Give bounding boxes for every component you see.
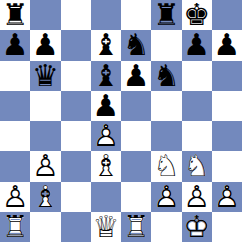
piece-fill-glyph: ♚: [182, 212, 212, 242]
piece-black-knight[interactable]: ♞: [121, 30, 151, 60]
square-f4[interactable]: [151, 121, 181, 151]
piece-white-rook[interactable]: ♜♖: [0, 212, 30, 242]
piece-solid-glyph: ♟: [212, 30, 242, 60]
piece-outline-glyph: ♘: [182, 151, 212, 181]
piece-outline-glyph: ♔: [182, 212, 212, 242]
square-d4[interactable]: ♟♙: [91, 121, 121, 151]
square-e2[interactable]: [121, 182, 151, 212]
piece-black-rook[interactable]: ♜: [0, 0, 30, 30]
piece-solid-glyph: ♟: [121, 61, 151, 91]
piece-white-bishop[interactable]: ♝♗: [91, 151, 121, 181]
piece-black-rook[interactable]: ♜: [151, 0, 181, 30]
piece-white-pawn[interactable]: ♟♙: [91, 121, 121, 151]
square-a3[interactable]: [0, 151, 30, 181]
piece-solid-glyph: ♛: [30, 61, 60, 91]
piece-black-pawn[interactable]: ♟: [30, 30, 60, 60]
piece-solid-glyph: ♝: [91, 61, 121, 91]
square-a2[interactable]: ♟♙: [0, 182, 30, 212]
square-g5[interactable]: [182, 91, 212, 121]
piece-fill-glyph: ♟: [0, 182, 30, 212]
piece-white-king[interactable]: ♚♔: [182, 212, 212, 242]
square-f7[interactable]: [151, 30, 181, 60]
square-f2[interactable]: ♟♙: [151, 182, 181, 212]
square-h6[interactable]: [212, 61, 242, 91]
square-c8[interactable]: [61, 0, 91, 30]
square-c6[interactable]: [61, 61, 91, 91]
square-g1[interactable]: ♚♔: [182, 212, 212, 242]
piece-white-rook[interactable]: ♜♖: [121, 212, 151, 242]
square-f8[interactable]: ♜: [151, 0, 181, 30]
square-h4[interactable]: [212, 121, 242, 151]
piece-black-pawn[interactable]: ♟: [91, 91, 121, 121]
square-c3[interactable]: [61, 151, 91, 181]
piece-fill-glyph: ♝: [30, 182, 60, 212]
piece-solid-glyph: ♟: [91, 91, 121, 121]
square-g2[interactable]: ♟♙: [182, 182, 212, 212]
square-d3[interactable]: ♝♗: [91, 151, 121, 181]
piece-white-pawn[interactable]: ♟♙: [182, 182, 212, 212]
square-c4[interactable]: [61, 121, 91, 151]
square-f5[interactable]: [151, 91, 181, 121]
piece-black-pawn[interactable]: ♟: [212, 30, 242, 60]
piece-outline-glyph: ♖: [0, 212, 30, 242]
piece-fill-glyph: ♛: [91, 212, 121, 242]
square-b8[interactable]: [30, 0, 60, 30]
square-b5[interactable]: [30, 91, 60, 121]
square-b6[interactable]: ♛: [30, 61, 60, 91]
piece-white-pawn[interactable]: ♟♙: [30, 151, 60, 181]
square-c1[interactable]: [61, 212, 91, 242]
piece-outline-glyph: ♙: [91, 121, 121, 151]
piece-outline-glyph: ♙: [182, 182, 212, 212]
square-a6[interactable]: [0, 61, 30, 91]
piece-outline-glyph: ♘: [151, 151, 181, 181]
square-c7[interactable]: [61, 30, 91, 60]
square-d6[interactable]: ♝: [91, 61, 121, 91]
square-h3[interactable]: [212, 151, 242, 181]
square-h7[interactable]: ♟: [212, 30, 242, 60]
piece-black-bishop[interactable]: ♝: [91, 30, 121, 60]
piece-black-knight[interactable]: ♞: [151, 61, 181, 91]
piece-solid-glyph: ♟: [182, 30, 212, 60]
square-g7[interactable]: ♟: [182, 30, 212, 60]
square-b4[interactable]: [30, 121, 60, 151]
square-h5[interactable]: [212, 91, 242, 121]
square-d2[interactable]: [91, 182, 121, 212]
piece-solid-glyph: ♞: [121, 30, 151, 60]
piece-fill-glyph: ♜: [0, 212, 30, 242]
piece-solid-glyph: ♚: [182, 0, 212, 30]
piece-outline-glyph: ♕: [91, 212, 121, 242]
piece-outline-glyph: ♗: [91, 151, 121, 181]
piece-solid-glyph: ♝: [91, 30, 121, 60]
piece-black-pawn[interactable]: ♟: [182, 30, 212, 60]
piece-fill-glyph: ♟: [212, 182, 242, 212]
piece-black-pawn[interactable]: ♟: [121, 61, 151, 91]
square-h2[interactable]: ♟♙: [212, 182, 242, 212]
piece-solid-glyph: ♟: [0, 30, 30, 60]
square-e3[interactable]: [121, 151, 151, 181]
piece-fill-glyph: ♞: [151, 151, 181, 181]
square-d7[interactable]: ♝: [91, 30, 121, 60]
square-h8[interactable]: [212, 0, 242, 30]
square-f1[interactable]: [151, 212, 181, 242]
piece-fill-glyph: ♞: [182, 151, 212, 181]
square-g3[interactable]: ♞♘: [182, 151, 212, 181]
square-a4[interactable]: [0, 121, 30, 151]
piece-fill-glyph: ♜: [121, 212, 151, 242]
square-f3[interactable]: ♞♘: [151, 151, 181, 181]
square-e5[interactable]: [121, 91, 151, 121]
square-a7[interactable]: ♟: [0, 30, 30, 60]
square-e1[interactable]: ♜♖: [121, 212, 151, 242]
piece-white-queen[interactable]: ♛♕: [91, 212, 121, 242]
piece-black-bishop[interactable]: ♝: [91, 61, 121, 91]
square-g6[interactable]: [182, 61, 212, 91]
piece-fill-glyph: ♝: [91, 151, 121, 181]
piece-fill-glyph: ♟: [30, 151, 60, 181]
piece-fill-glyph: ♟: [151, 182, 181, 212]
piece-white-knight[interactable]: ♞♘: [182, 151, 212, 181]
square-g8[interactable]: ♚: [182, 0, 212, 30]
square-d5[interactable]: ♟: [91, 91, 121, 121]
square-h1[interactable]: [212, 212, 242, 242]
piece-black-pawn[interactable]: ♟: [0, 30, 30, 60]
square-e8[interactable]: [121, 0, 151, 30]
square-f6[interactable]: ♞: [151, 61, 181, 91]
piece-outline-glyph: ♙: [151, 182, 181, 212]
piece-black-queen[interactable]: ♛: [30, 61, 60, 91]
piece-outline-glyph: ♙: [0, 182, 30, 212]
piece-white-bishop[interactable]: ♝♗: [30, 182, 60, 212]
square-b2[interactable]: ♝♗: [30, 182, 60, 212]
square-e6[interactable]: ♟: [121, 61, 151, 91]
piece-white-pawn[interactable]: ♟♙: [0, 182, 30, 212]
square-b7[interactable]: ♟: [30, 30, 60, 60]
square-e4[interactable]: [121, 121, 151, 151]
piece-outline-glyph: ♗: [30, 182, 60, 212]
square-b1[interactable]: [30, 212, 60, 242]
piece-white-pawn[interactable]: ♟♙: [212, 182, 242, 212]
square-a1[interactable]: ♜♖: [0, 212, 30, 242]
square-c2[interactable]: [61, 182, 91, 212]
square-b3[interactable]: ♟♙: [30, 151, 60, 181]
square-e7[interactable]: ♞: [121, 30, 151, 60]
piece-fill-glyph: ♟: [182, 182, 212, 212]
square-c5[interactable]: [61, 91, 91, 121]
square-g4[interactable]: [182, 121, 212, 151]
piece-solid-glyph: ♜: [151, 0, 181, 30]
square-a5[interactable]: [0, 91, 30, 121]
piece-outline-glyph: ♖: [121, 212, 151, 242]
piece-solid-glyph: ♟: [30, 30, 60, 60]
square-d1[interactable]: ♛♕: [91, 212, 121, 242]
piece-black-king[interactable]: ♚: [182, 0, 212, 30]
piece-fill-glyph: ♟: [91, 121, 121, 151]
piece-white-pawn[interactable]: ♟♙: [151, 182, 181, 212]
chess-board: ♜♜♚♟♟♝♞♟♟♛♝♟♞♟♟♙♟♙♝♗♞♘♞♘♟♙♝♗♟♙♟♙♟♙♜♖♛♕♜♖…: [0, 0, 242, 242]
piece-outline-glyph: ♙: [212, 182, 242, 212]
square-a8[interactable]: ♜: [0, 0, 30, 30]
piece-outline-glyph: ♙: [30, 151, 60, 181]
piece-solid-glyph: ♞: [151, 61, 181, 91]
square-d8[interactable]: [91, 0, 121, 30]
piece-solid-glyph: ♜: [0, 0, 30, 30]
piece-white-knight[interactable]: ♞♘: [151, 151, 181, 181]
